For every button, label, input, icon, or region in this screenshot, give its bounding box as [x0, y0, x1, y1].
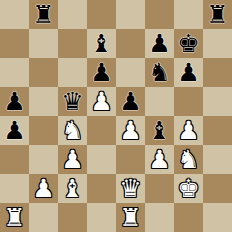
white-king[interactable]: ♚ — [177, 174, 199, 203]
black-pawn[interactable]: ♟ — [3, 116, 25, 145]
square-h8[interactable]: ♜ — [203, 0, 232, 29]
square-e8[interactable] — [116, 0, 145, 29]
square-f3[interactable]: ♟ — [145, 145, 174, 174]
black-rook[interactable]: ♜ — [206, 0, 228, 29]
square-d3[interactable] — [87, 145, 116, 174]
square-h2[interactable] — [203, 174, 232, 203]
square-b5[interactable] — [29, 87, 58, 116]
square-c1[interactable] — [58, 203, 87, 232]
square-g4[interactable]: ♟ — [174, 116, 203, 145]
square-a7[interactable] — [0, 29, 29, 58]
white-pawn[interactable]: ♟ — [90, 87, 112, 116]
square-h6[interactable] — [203, 58, 232, 87]
square-b8[interactable]: ♜ — [29, 0, 58, 29]
square-f8[interactable] — [145, 0, 174, 29]
black-pawn[interactable]: ♟ — [90, 58, 112, 87]
square-b6[interactable] — [29, 58, 58, 87]
white-pawn[interactable]: ♟ — [32, 174, 54, 203]
square-f7[interactable]: ♟ — [145, 29, 174, 58]
square-e4[interactable]: ♟ — [116, 116, 145, 145]
square-c4[interactable]: ♞ — [58, 116, 87, 145]
square-a4[interactable]: ♟ — [0, 116, 29, 145]
square-a2[interactable] — [0, 174, 29, 203]
square-d8[interactable] — [87, 0, 116, 29]
white-knight[interactable]: ♞ — [177, 145, 199, 174]
square-h3[interactable] — [203, 145, 232, 174]
square-a6[interactable] — [0, 58, 29, 87]
square-a8[interactable] — [0, 0, 29, 29]
square-h1[interactable] — [203, 203, 232, 232]
square-g6[interactable]: ♟ — [174, 58, 203, 87]
square-d5[interactable]: ♟ — [87, 87, 116, 116]
square-g3[interactable]: ♞ — [174, 145, 203, 174]
square-d4[interactable] — [87, 116, 116, 145]
black-rook[interactable]: ♜ — [32, 0, 54, 29]
square-c8[interactable] — [58, 0, 87, 29]
white-bishop[interactable]: ♝ — [61, 174, 83, 203]
white-pawn[interactable]: ♟ — [177, 116, 199, 145]
square-e7[interactable] — [116, 29, 145, 58]
square-g7[interactable]: ♚ — [174, 29, 203, 58]
white-pawn[interactable]: ♟ — [148, 145, 170, 174]
square-b2[interactable]: ♟ — [29, 174, 58, 203]
square-b1[interactable] — [29, 203, 58, 232]
black-pawn[interactable]: ♟ — [119, 87, 141, 116]
square-b4[interactable] — [29, 116, 58, 145]
white-queen[interactable]: ♛ — [119, 174, 141, 203]
square-a3[interactable] — [0, 145, 29, 174]
chess-board: ♜♜♝♟♚♟♞♟♟♛♟♟♟♞♟♝♟♟♟♞♟♝♛♚♜♜ — [0, 0, 232, 232]
square-a5[interactable]: ♟ — [0, 87, 29, 116]
square-f2[interactable] — [145, 174, 174, 203]
square-d1[interactable] — [87, 203, 116, 232]
square-h5[interactable] — [203, 87, 232, 116]
square-f1[interactable] — [145, 203, 174, 232]
square-f5[interactable] — [145, 87, 174, 116]
square-d7[interactable]: ♝ — [87, 29, 116, 58]
square-d6[interactable]: ♟ — [87, 58, 116, 87]
square-h4[interactable] — [203, 116, 232, 145]
square-c7[interactable] — [58, 29, 87, 58]
black-queen[interactable]: ♛ — [61, 87, 83, 116]
square-g5[interactable] — [174, 87, 203, 116]
black-bishop[interactable]: ♝ — [90, 29, 112, 58]
black-king[interactable]: ♚ — [177, 29, 199, 58]
square-c6[interactable] — [58, 58, 87, 87]
square-h7[interactable] — [203, 29, 232, 58]
square-f6[interactable]: ♞ — [145, 58, 174, 87]
square-d2[interactable] — [87, 174, 116, 203]
square-e1[interactable]: ♜ — [116, 203, 145, 232]
square-c5[interactable]: ♛ — [58, 87, 87, 116]
black-pawn[interactable]: ♟ — [3, 87, 25, 116]
white-rook[interactable]: ♜ — [119, 203, 141, 232]
square-e3[interactable] — [116, 145, 145, 174]
black-bishop[interactable]: ♝ — [148, 116, 170, 145]
black-pawn[interactable]: ♟ — [177, 58, 199, 87]
square-c3[interactable]: ♟ — [58, 145, 87, 174]
black-knight[interactable]: ♞ — [148, 58, 170, 87]
white-knight[interactable]: ♞ — [61, 116, 83, 145]
square-b3[interactable] — [29, 145, 58, 174]
square-b7[interactable] — [29, 29, 58, 58]
square-g8[interactable] — [174, 0, 203, 29]
square-c2[interactable]: ♝ — [58, 174, 87, 203]
square-e2[interactable]: ♛ — [116, 174, 145, 203]
white-pawn[interactable]: ♟ — [119, 116, 141, 145]
square-a1[interactable]: ♜ — [0, 203, 29, 232]
square-f4[interactable]: ♝ — [145, 116, 174, 145]
square-e5[interactable]: ♟ — [116, 87, 145, 116]
black-pawn[interactable]: ♟ — [148, 29, 170, 58]
square-g1[interactable] — [174, 203, 203, 232]
white-pawn[interactable]: ♟ — [61, 145, 83, 174]
white-rook[interactable]: ♜ — [3, 203, 25, 232]
square-g2[interactable]: ♚ — [174, 174, 203, 203]
square-e6[interactable] — [116, 58, 145, 87]
